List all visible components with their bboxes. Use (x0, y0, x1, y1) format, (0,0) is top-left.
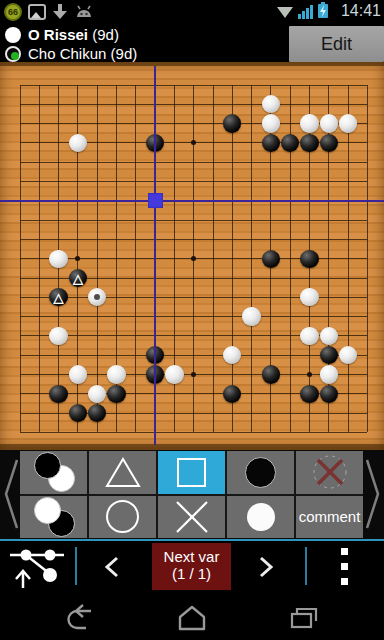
player-row-white: O Rissei (9d) (0, 26, 280, 45)
variation-bar: Next var (1 / 1) (0, 541, 384, 593)
tool-circle-marker[interactable] (89, 496, 156, 539)
delete-icon (310, 452, 350, 492)
green-dot-icon (11, 52, 19, 60)
android-robot-icon (74, 5, 94, 23)
separator (305, 547, 307, 585)
player-name-white: O Rissei (9d) (28, 26, 119, 43)
comment-label: comment (299, 508, 361, 525)
tool-triangle-marker[interactable] (89, 451, 156, 494)
white-stone (339, 346, 357, 364)
black-stone (69, 404, 87, 422)
white-stone (69, 365, 87, 383)
star-point (307, 372, 312, 377)
back-button[interactable] (63, 602, 97, 632)
app-screen: 66 14:41 (0, 0, 384, 640)
next-move-icon[interactable] (258, 556, 274, 578)
edit-button[interactable]: Edit (289, 26, 384, 62)
player-name-black: Cho Chikun (9d) (28, 45, 137, 62)
grid-line (20, 316, 367, 317)
grid-line (232, 85, 233, 432)
overflow-menu-icon[interactable] (341, 548, 348, 593)
player-rank: (9d) (92, 26, 119, 43)
black-stone (300, 134, 318, 152)
recents-button[interactable] (287, 602, 321, 632)
next-var-count: (1 / 1) (152, 565, 231, 582)
black-stone (281, 134, 299, 152)
star-point (191, 372, 196, 377)
player-rank: (9d) (111, 45, 138, 62)
black-stone (262, 365, 280, 383)
tool-alt-move-black[interactable] (20, 451, 87, 494)
grid-line (251, 85, 252, 432)
clock: 14:41 (341, 2, 381, 20)
white-stone (49, 327, 67, 345)
circle-icon (106, 500, 139, 533)
black-over-white-icon (32, 452, 76, 492)
square-icon (177, 458, 206, 487)
white-stone (300, 114, 318, 132)
white-stone (223, 346, 241, 364)
grid-line (367, 85, 368, 432)
white-stone (49, 250, 67, 268)
tool-alt-move-white[interactable] (20, 496, 87, 539)
selected-point-marker (148, 193, 163, 208)
gallery-icon (28, 4, 46, 20)
android-nav-bar (0, 593, 384, 640)
star-point (75, 256, 80, 261)
next-var-label: Next var (152, 548, 231, 565)
star-point (191, 256, 196, 261)
star-point (191, 140, 196, 145)
grid-line (20, 355, 367, 356)
black-stone (223, 385, 241, 403)
white-stone (339, 114, 357, 132)
triangle-marker: △ (69, 269, 87, 287)
home-button[interactable] (175, 602, 209, 632)
black-stone (300, 385, 318, 403)
tool-grid: comment (20, 451, 363, 538)
white-stone (262, 95, 280, 113)
prev-move-icon[interactable] (104, 556, 120, 578)
white-stone (262, 114, 280, 132)
tool-black-stone[interactable] (227, 451, 294, 494)
palette-prev-icon[interactable] (2, 456, 20, 532)
player-name: Cho Chikun (28, 45, 106, 62)
game-tree-icon[interactable] (6, 544, 70, 591)
grid-line (348, 85, 349, 432)
white-stone (165, 365, 183, 383)
black-stone (49, 385, 67, 403)
white-stone (88, 385, 106, 403)
white-stone (107, 365, 125, 383)
white-stone-icon (247, 503, 275, 531)
download-icon (52, 3, 68, 24)
black-stone (107, 385, 125, 403)
player-name: O Rissei (28, 26, 88, 43)
tool-x-marker[interactable] (158, 496, 225, 539)
battery-app-icon: 66 (4, 3, 22, 21)
black-stone (223, 114, 241, 132)
triangle-marker: △ (49, 288, 67, 306)
separator (75, 547, 77, 585)
wifi-icon (276, 4, 294, 23)
black-stone (320, 385, 338, 403)
crosshair-vertical (154, 66, 156, 445)
tool-white-stone[interactable] (227, 496, 294, 539)
white-stone (300, 327, 318, 345)
player-header: O Rissei (9d) Cho Chikun (9d) Edit (0, 24, 384, 62)
black-stone (88, 404, 106, 422)
tool-delete-stone[interactable] (296, 451, 363, 494)
white-over-black-icon (32, 497, 76, 537)
white-stone (69, 134, 87, 152)
black-stone (262, 134, 280, 152)
palette-next-icon[interactable] (364, 456, 382, 532)
x-icon (174, 499, 210, 535)
white-stone-icon (5, 27, 21, 43)
grid-line (213, 85, 214, 432)
signal-icon (298, 3, 314, 23)
battery-icon (318, 4, 328, 18)
black-stone (262, 250, 280, 268)
tool-square-marker[interactable] (158, 451, 225, 494)
white-stone (242, 307, 260, 325)
tool-palette: comment (0, 450, 384, 539)
triangle-icon (104, 455, 142, 489)
status-bar: 66 14:41 (0, 0, 384, 24)
white-stone (300, 288, 318, 306)
next-var-button[interactable]: Next var (1 / 1) (152, 543, 231, 590)
white-stone (320, 114, 338, 132)
crosshair-horizontal (0, 200, 384, 202)
black-stone-icon (245, 457, 276, 488)
black-stone (320, 346, 338, 364)
turn-indicator-icon (5, 46, 21, 62)
tool-comment[interactable]: comment (296, 496, 363, 539)
black-stone (300, 250, 318, 268)
go-board[interactable]: △△ (0, 62, 384, 450)
white-stone (320, 327, 338, 345)
white-stone (320, 365, 338, 383)
grid-line (20, 432, 367, 433)
black-stone (320, 134, 338, 152)
